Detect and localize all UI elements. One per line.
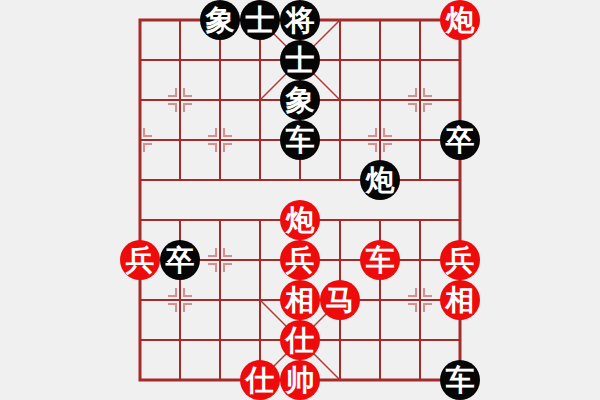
piece-black-chariot[interactable]: 车 <box>440 360 480 400</box>
piece-black-soldier[interactable]: 卒 <box>160 240 200 280</box>
piece-black-cannon[interactable]: 炮 <box>360 160 400 200</box>
piece-red-cannon[interactable]: 炮 <box>440 0 480 40</box>
piece-red-general[interactable]: 帅 <box>280 360 320 400</box>
piece-red-chariot[interactable]: 车 <box>360 240 400 280</box>
piece-red-soldier[interactable]: 兵 <box>120 240 160 280</box>
piece-red-advisor[interactable]: 仕 <box>240 360 280 400</box>
piece-red-advisor[interactable]: 仕 <box>280 320 320 360</box>
piece-black-elephant[interactable]: 象 <box>200 0 240 40</box>
piece-red-elephant[interactable]: 相 <box>440 280 480 320</box>
piece-black-soldier[interactable]: 卒 <box>440 120 480 160</box>
piece-red-elephant[interactable]: 相 <box>280 280 320 320</box>
piece-red-horse[interactable]: 马 <box>320 280 360 320</box>
xiangqi-app-screen: 象士将炮士象车卒炮炮兵卒兵车兵相马相仕仕帅车 <box>0 0 600 400</box>
piece-black-general[interactable]: 将 <box>280 0 320 40</box>
piece-red-soldier[interactable]: 兵 <box>280 240 320 280</box>
xiangqi-board[interactable]: 象士将炮士象车卒炮炮兵卒兵车兵相马相仕仕帅车 <box>120 0 480 400</box>
piece-black-elephant[interactable]: 象 <box>280 80 320 120</box>
piece-red-soldier[interactable]: 兵 <box>440 240 480 280</box>
piece-red-cannon[interactable]: 炮 <box>280 200 320 240</box>
piece-black-advisor[interactable]: 士 <box>240 0 280 40</box>
piece-black-chariot[interactable]: 车 <box>280 120 320 160</box>
piece-black-advisor[interactable]: 士 <box>280 40 320 80</box>
